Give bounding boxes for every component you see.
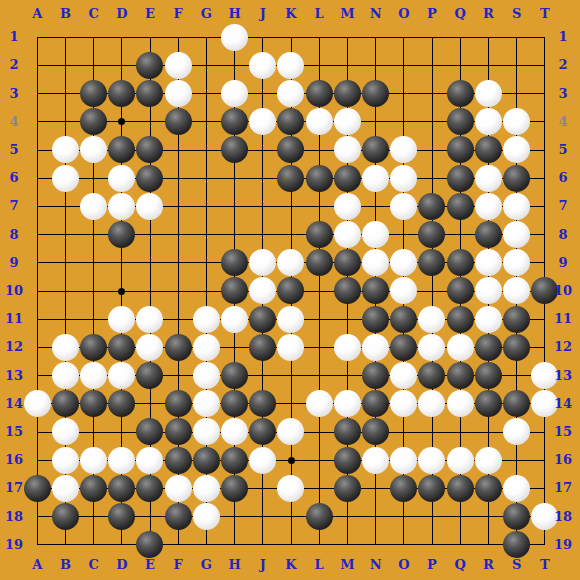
row-label: 8	[552, 227, 574, 243]
row-label: 9	[552, 255, 574, 271]
row-label: 2	[552, 57, 574, 73]
row-label: 16	[552, 452, 574, 468]
row-label: 17	[552, 480, 574, 496]
go-board-screenshot: ABCDEFGHJKLMNOPQRST ABCDEFGHJKLMNOPQRST …	[0, 0, 580, 580]
row-label: 4	[552, 114, 574, 130]
row-label: 1	[552, 29, 574, 45]
row-label: 6	[552, 170, 574, 186]
row-label: 3	[552, 86, 574, 102]
row-label: 19	[552, 537, 574, 553]
row-label: 10	[552, 283, 574, 299]
row-label: 7	[552, 198, 574, 214]
row-label: 15	[552, 424, 574, 440]
row-label: 12	[552, 339, 574, 355]
row-label: 14	[552, 396, 574, 412]
row-label: 13	[552, 368, 574, 384]
row-label: 5	[552, 142, 574, 158]
row-label: 11	[552, 311, 574, 327]
row-labels-right: 12345678910111213141516171819	[0, 0, 580, 580]
row-label: 18	[552, 509, 574, 525]
